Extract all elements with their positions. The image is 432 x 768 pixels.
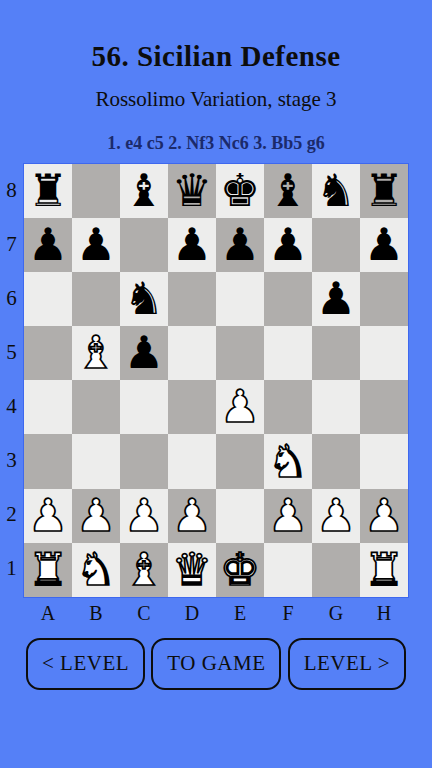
square-b8[interactable] xyxy=(72,164,120,218)
piece-white-pawn: ♟ xyxy=(124,489,164,543)
piece-white-rook: ♜ xyxy=(364,543,404,597)
piece-white-queen: ♛ xyxy=(172,543,212,597)
piece-white-king: ♚ xyxy=(220,543,260,597)
square-d7[interactable]: ♟ xyxy=(168,218,216,272)
square-f6[interactable] xyxy=(264,272,312,326)
square-c2[interactable]: ♟ xyxy=(120,489,168,543)
square-b5[interactable]: ♝ xyxy=(72,326,120,380)
rank-label-2: 2 xyxy=(6,502,17,527)
app-screen: 56. Sicilian Defense Rossolimo Variation… xyxy=(0,0,432,768)
square-d3[interactable] xyxy=(168,434,216,488)
chess-board: ♜♝♛♚♝♞♜♟♟♟♟♟♟♞♟♝♟♟♞♟♟♟♟♟♟♟♜♞♝♛♚♜ xyxy=(23,163,409,598)
file-label-d: D xyxy=(185,602,199,625)
square-a5[interactable] xyxy=(24,326,72,380)
rank-label-3: 3 xyxy=(6,448,17,473)
to-game-button[interactable]: TO GAME xyxy=(151,638,281,690)
square-c5[interactable]: ♟ xyxy=(120,326,168,380)
square-e8[interactable]: ♚ xyxy=(216,164,264,218)
piece-black-pawn: ♟ xyxy=(220,218,260,272)
page-subtitle: Rossolimo Variation, stage 3 xyxy=(0,73,432,112)
square-b6[interactable] xyxy=(72,272,120,326)
rank-label-7: 7 xyxy=(6,232,17,257)
square-c8[interactable]: ♝ xyxy=(120,164,168,218)
square-a7[interactable]: ♟ xyxy=(24,218,72,272)
piece-black-pawn: ♟ xyxy=(316,272,356,326)
square-g4[interactable] xyxy=(312,380,360,434)
piece-black-pawn: ♟ xyxy=(364,218,404,272)
square-f7[interactable]: ♟ xyxy=(264,218,312,272)
square-e2[interactable] xyxy=(216,489,264,543)
square-g2[interactable]: ♟ xyxy=(312,489,360,543)
square-e1[interactable]: ♚ xyxy=(216,543,264,597)
piece-white-pawn: ♟ xyxy=(316,489,356,543)
piece-black-king: ♚ xyxy=(220,164,260,218)
piece-black-queen: ♛ xyxy=(172,164,212,218)
piece-white-pawn: ♟ xyxy=(364,489,404,543)
square-e5[interactable] xyxy=(216,326,264,380)
piece-black-bishop: ♝ xyxy=(124,164,164,218)
square-h7[interactable]: ♟ xyxy=(360,218,408,272)
file-label-e: E xyxy=(234,602,246,625)
square-b7[interactable]: ♟ xyxy=(72,218,120,272)
square-d5[interactable] xyxy=(168,326,216,380)
square-a2[interactable]: ♟ xyxy=(24,489,72,543)
file-label-a: A xyxy=(41,602,55,625)
square-e6[interactable] xyxy=(216,272,264,326)
piece-black-pawn: ♟ xyxy=(28,218,68,272)
piece-black-knight: ♞ xyxy=(124,272,164,326)
square-g5[interactable] xyxy=(312,326,360,380)
piece-black-rook: ♜ xyxy=(364,164,404,218)
square-f5[interactable] xyxy=(264,326,312,380)
rank-label-5: 5 xyxy=(6,340,17,365)
square-c4[interactable] xyxy=(120,380,168,434)
square-f8[interactable]: ♝ xyxy=(264,164,312,218)
square-f1[interactable] xyxy=(264,543,312,597)
square-h5[interactable] xyxy=(360,326,408,380)
piece-white-knight: ♞ xyxy=(268,435,308,489)
square-a4[interactable] xyxy=(24,380,72,434)
square-a6[interactable] xyxy=(24,272,72,326)
rank-label-8: 8 xyxy=(6,178,17,203)
square-e3[interactable] xyxy=(216,434,264,488)
piece-white-bishop: ♝ xyxy=(124,543,164,597)
piece-black-pawn: ♟ xyxy=(124,326,164,380)
square-b2[interactable]: ♟ xyxy=(72,489,120,543)
square-f3[interactable]: ♞ xyxy=(264,434,312,488)
piece-white-pawn: ♟ xyxy=(220,380,260,434)
file-label-c: C xyxy=(137,602,150,625)
piece-white-pawn: ♟ xyxy=(172,489,212,543)
file-label-f: F xyxy=(282,602,293,625)
square-h3[interactable] xyxy=(360,434,408,488)
rank-label-6: 6 xyxy=(6,286,17,311)
square-g7[interactable] xyxy=(312,218,360,272)
piece-white-bishop: ♝ xyxy=(76,326,116,380)
square-c3[interactable] xyxy=(120,434,168,488)
square-d2[interactable]: ♟ xyxy=(168,489,216,543)
square-h1[interactable]: ♜ xyxy=(360,543,408,597)
square-g8[interactable]: ♞ xyxy=(312,164,360,218)
rank-labels: 87654321 xyxy=(0,163,23,598)
square-d6[interactable] xyxy=(168,272,216,326)
square-b4[interactable] xyxy=(72,380,120,434)
square-b3[interactable] xyxy=(72,434,120,488)
square-h6[interactable] xyxy=(360,272,408,326)
piece-white-pawn: ♟ xyxy=(268,489,308,543)
piece-black-bishop: ♝ xyxy=(268,164,308,218)
square-h4[interactable] xyxy=(360,380,408,434)
piece-white-rook: ♜ xyxy=(28,543,68,597)
square-a3[interactable] xyxy=(24,434,72,488)
square-d4[interactable] xyxy=(168,380,216,434)
square-f2[interactable]: ♟ xyxy=(264,489,312,543)
square-h2[interactable]: ♟ xyxy=(360,489,408,543)
file-label-h: H xyxy=(377,602,391,625)
page-title: 56. Sicilian Defense xyxy=(0,0,432,73)
square-f4[interactable] xyxy=(264,380,312,434)
file-label-b: B xyxy=(89,602,102,625)
piece-black-pawn: ♟ xyxy=(268,218,308,272)
square-d8[interactable]: ♛ xyxy=(168,164,216,218)
move-list: 1. e4 c5 2. Nf3 Nc6 3. Bb5 g6 xyxy=(0,112,432,154)
rank-label-4: 4 xyxy=(6,394,17,419)
square-g6[interactable]: ♟ xyxy=(312,272,360,326)
board-block: 87654321 ♜♝♛♚♝♞♜♟♟♟♟♟♟♞♟♝♟♟♞♟♟♟♟♟♟♟♜♞♝♛♚… xyxy=(0,163,432,598)
piece-white-pawn: ♟ xyxy=(76,489,116,543)
button-row: < LEVEL TO GAME LEVEL > xyxy=(0,638,432,690)
piece-white-knight: ♞ xyxy=(76,543,116,597)
prev-level-button[interactable]: < LEVEL xyxy=(26,638,145,690)
piece-black-pawn: ♟ xyxy=(76,218,116,272)
square-c7[interactable] xyxy=(120,218,168,272)
square-c6[interactable]: ♞ xyxy=(120,272,168,326)
square-c1[interactable]: ♝ xyxy=(120,543,168,597)
rank-label-1: 1 xyxy=(6,556,17,581)
square-g1[interactable] xyxy=(312,543,360,597)
square-h8[interactable]: ♜ xyxy=(360,164,408,218)
piece-white-pawn: ♟ xyxy=(28,489,68,543)
square-d1[interactable]: ♛ xyxy=(168,543,216,597)
piece-black-rook: ♜ xyxy=(28,164,68,218)
file-label-g: G xyxy=(329,602,343,625)
next-level-button[interactable]: LEVEL > xyxy=(288,638,406,690)
square-a1[interactable]: ♜ xyxy=(24,543,72,597)
square-a8[interactable]: ♜ xyxy=(24,164,72,218)
piece-black-pawn: ♟ xyxy=(172,218,212,272)
square-e7[interactable]: ♟ xyxy=(216,218,264,272)
piece-black-knight: ♞ xyxy=(316,164,356,218)
square-b1[interactable]: ♞ xyxy=(72,543,120,597)
square-g3[interactable] xyxy=(312,434,360,488)
file-labels: ABCDEFGH xyxy=(24,598,408,625)
square-e4[interactable]: ♟ xyxy=(216,380,264,434)
